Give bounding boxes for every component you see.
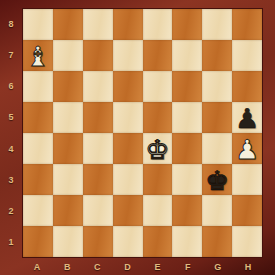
square-b8[interactable] <box>53 9 83 40</box>
file-labels: A B C D E F G H <box>22 258 263 275</box>
square-a2[interactable] <box>23 195 53 226</box>
square-c1[interactable] <box>83 226 113 257</box>
square-d8[interactable] <box>113 9 143 40</box>
chess-board: ♝♟♚♟♚ <box>22 8 263 258</box>
square-h7[interactable] <box>232 40 262 71</box>
square-h6[interactable] <box>232 71 262 102</box>
square-f7[interactable] <box>172 40 202 71</box>
square-a3[interactable] <box>23 164 53 195</box>
file-label-h: H <box>233 258 263 275</box>
black-pawn[interactable]: ♟ <box>235 105 259 132</box>
file-label-b: B <box>52 258 82 275</box>
black-king[interactable]: ♚ <box>205 167 229 194</box>
white-king[interactable]: ♚ <box>145 136 169 163</box>
square-a6[interactable] <box>23 71 53 102</box>
square-d2[interactable] <box>113 195 143 226</box>
square-g7[interactable] <box>202 40 232 71</box>
square-d5[interactable] <box>113 102 143 133</box>
square-c6[interactable] <box>83 71 113 102</box>
rank-label-5: 5 <box>0 102 22 133</box>
square-b6[interactable] <box>53 71 83 102</box>
square-a8[interactable] <box>23 9 53 40</box>
square-f4[interactable] <box>172 133 202 164</box>
square-c5[interactable] <box>83 102 113 133</box>
square-f2[interactable] <box>172 195 202 226</box>
square-f6[interactable] <box>172 71 202 102</box>
square-c3[interactable] <box>83 164 113 195</box>
square-c2[interactable] <box>83 195 113 226</box>
square-h1[interactable] <box>232 226 262 257</box>
square-c7[interactable] <box>83 40 113 71</box>
square-h5[interactable]: ♟ <box>232 102 262 133</box>
square-e5[interactable] <box>143 102 173 133</box>
square-b2[interactable] <box>53 195 83 226</box>
square-e7[interactable] <box>143 40 173 71</box>
rank-label-4: 4 <box>0 133 22 164</box>
square-e1[interactable] <box>143 226 173 257</box>
square-g6[interactable] <box>202 71 232 102</box>
white-pawn[interactable]: ♟ <box>235 136 259 163</box>
file-label-a: A <box>22 258 52 275</box>
square-g5[interactable] <box>202 102 232 133</box>
white-bishop[interactable]: ♝ <box>26 43 50 70</box>
square-g8[interactable] <box>202 9 232 40</box>
rank-label-1: 1 <box>0 227 22 258</box>
square-e6[interactable] <box>143 71 173 102</box>
square-g1[interactable] <box>202 226 232 257</box>
square-e4[interactable]: ♚ <box>143 133 173 164</box>
square-d6[interactable] <box>113 71 143 102</box>
square-b7[interactable] <box>53 40 83 71</box>
file-label-g: G <box>203 258 233 275</box>
square-e8[interactable] <box>143 9 173 40</box>
square-d1[interactable] <box>113 226 143 257</box>
square-a7[interactable]: ♝ <box>23 40 53 71</box>
chess-board-window: 8 7 6 5 4 3 2 1 ♝♟♚♟♚ A B C D E F G H <box>0 0 275 275</box>
square-f5[interactable] <box>172 102 202 133</box>
square-f3[interactable] <box>172 164 202 195</box>
square-f8[interactable] <box>172 9 202 40</box>
square-a5[interactable] <box>23 102 53 133</box>
square-b1[interactable] <box>53 226 83 257</box>
square-d3[interactable] <box>113 164 143 195</box>
square-g2[interactable] <box>202 195 232 226</box>
file-label-f: F <box>173 258 203 275</box>
square-e3[interactable] <box>143 164 173 195</box>
file-label-e: E <box>143 258 173 275</box>
rank-label-6: 6 <box>0 71 22 102</box>
square-e2[interactable] <box>143 195 173 226</box>
rank-label-7: 7 <box>0 39 22 70</box>
rank-label-3: 3 <box>0 164 22 195</box>
square-a4[interactable] <box>23 133 53 164</box>
rank-label-2: 2 <box>0 196 22 227</box>
square-g3[interactable]: ♚ <box>202 164 232 195</box>
file-label-d: D <box>112 258 142 275</box>
square-f1[interactable] <box>172 226 202 257</box>
square-b3[interactable] <box>53 164 83 195</box>
square-g4[interactable] <box>202 133 232 164</box>
file-label-c: C <box>82 258 112 275</box>
square-h2[interactable] <box>232 195 262 226</box>
square-h4[interactable]: ♟ <box>232 133 262 164</box>
square-c4[interactable] <box>83 133 113 164</box>
square-b4[interactable] <box>53 133 83 164</box>
square-d7[interactable] <box>113 40 143 71</box>
square-b5[interactable] <box>53 102 83 133</box>
square-c8[interactable] <box>83 9 113 40</box>
square-h8[interactable] <box>232 9 262 40</box>
square-h3[interactable] <box>232 164 262 195</box>
square-d4[interactable] <box>113 133 143 164</box>
rank-labels: 8 7 6 5 4 3 2 1 <box>0 8 22 258</box>
square-a1[interactable] <box>23 226 53 257</box>
rank-label-8: 8 <box>0 8 22 39</box>
